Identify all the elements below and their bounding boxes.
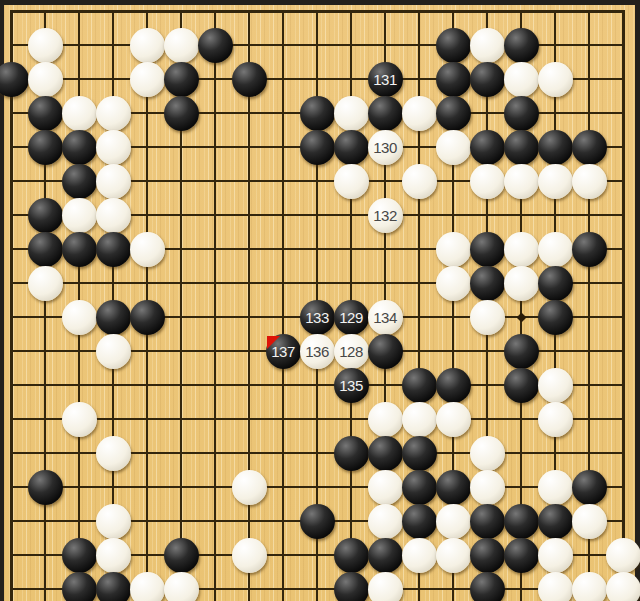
stone-white[interactable] xyxy=(504,232,539,267)
stone-white[interactable] xyxy=(504,164,539,199)
stone-white[interactable] xyxy=(164,28,199,63)
stone-white[interactable] xyxy=(538,470,573,505)
stone-white[interactable] xyxy=(572,164,607,199)
grid-line-vertical xyxy=(10,10,13,601)
grid-line-vertical xyxy=(622,10,625,601)
stone-black[interactable] xyxy=(96,232,131,267)
stone-white[interactable] xyxy=(436,232,471,267)
stone-white[interactable] xyxy=(96,96,131,131)
move-number-label: 128 xyxy=(339,344,363,359)
grid-line-horizontal xyxy=(10,418,625,420)
stone-white[interactable] xyxy=(470,164,505,199)
stone-black[interactable]: 137 xyxy=(266,334,301,369)
stone-black[interactable] xyxy=(436,28,471,63)
stone-black[interactable] xyxy=(0,62,29,97)
stone-white[interactable] xyxy=(28,266,63,301)
stone-black[interactable] xyxy=(164,538,199,573)
stone-white[interactable] xyxy=(62,198,97,233)
stone-white[interactable] xyxy=(130,62,165,97)
stone-white[interactable] xyxy=(130,572,165,601)
stone-black[interactable] xyxy=(470,62,505,97)
stone-white[interactable] xyxy=(538,232,573,267)
stone-black[interactable] xyxy=(130,300,165,335)
stone-white[interactable] xyxy=(62,300,97,335)
stone-black[interactable] xyxy=(436,62,471,97)
frame-right xyxy=(635,0,640,601)
move-number-label: 131 xyxy=(373,72,397,87)
stone-white[interactable] xyxy=(436,538,471,573)
stone-black[interactable] xyxy=(368,538,403,573)
stone-black[interactable] xyxy=(300,96,335,131)
stone-white[interactable] xyxy=(402,402,437,437)
stone-black[interactable] xyxy=(572,232,607,267)
stone-white[interactable] xyxy=(368,402,403,437)
stone-black[interactable] xyxy=(470,572,505,601)
stone-black[interactable] xyxy=(368,334,403,369)
stone-black[interactable] xyxy=(62,572,97,601)
stone-white[interactable] xyxy=(470,470,505,505)
stone-black[interactable] xyxy=(334,130,369,165)
stone-black[interactable] xyxy=(470,504,505,539)
move-number-label: 134 xyxy=(373,310,397,325)
stone-white[interactable] xyxy=(130,28,165,63)
move-number-label: 136 xyxy=(305,344,329,359)
stone-black[interactable] xyxy=(572,130,607,165)
stone-white[interactable] xyxy=(470,300,505,335)
grid-line-vertical xyxy=(282,10,284,601)
frame-top xyxy=(0,0,640,5)
stone-black[interactable] xyxy=(232,62,267,97)
move-number-label: 135 xyxy=(339,378,363,393)
stone-black[interactable] xyxy=(164,96,199,131)
stone-black[interactable] xyxy=(334,538,369,573)
stone-black[interactable] xyxy=(470,266,505,301)
stone-white[interactable] xyxy=(96,164,131,199)
stone-black[interactable] xyxy=(62,232,97,267)
stone-white[interactable] xyxy=(130,232,165,267)
stone-white[interactable] xyxy=(402,538,437,573)
stone-black[interactable]: 133 xyxy=(300,300,335,335)
stone-white[interactable] xyxy=(538,62,573,97)
stone-black[interactable] xyxy=(402,436,437,471)
stone-black[interactable] xyxy=(504,368,539,403)
stone-white[interactable] xyxy=(538,368,573,403)
stone-black[interactable] xyxy=(402,470,437,505)
stone-black[interactable] xyxy=(538,266,573,301)
stone-white[interactable] xyxy=(538,538,573,573)
stone-white[interactable] xyxy=(96,334,131,369)
stone-white[interactable] xyxy=(436,266,471,301)
stone-black[interactable] xyxy=(504,334,539,369)
stone-white[interactable] xyxy=(470,28,505,63)
stone-black[interactable] xyxy=(96,300,131,335)
stone-black[interactable] xyxy=(470,130,505,165)
stone-white[interactable] xyxy=(606,538,640,573)
stone-white[interactable] xyxy=(334,96,369,131)
stone-black[interactable]: 129 xyxy=(334,300,369,335)
stone-black[interactable] xyxy=(28,96,63,131)
stone-white[interactable] xyxy=(96,538,131,573)
stone-white[interactable] xyxy=(368,504,403,539)
move-number-label: 133 xyxy=(305,310,329,325)
stone-black[interactable] xyxy=(436,368,471,403)
stone-white[interactable] xyxy=(368,470,403,505)
stone-black[interactable] xyxy=(470,232,505,267)
stone-white[interactable] xyxy=(504,266,539,301)
stone-white[interactable] xyxy=(62,402,97,437)
move-number-label: 130 xyxy=(373,140,397,155)
stone-black[interactable] xyxy=(436,470,471,505)
stone-black[interactable] xyxy=(368,436,403,471)
stone-black[interactable] xyxy=(300,504,335,539)
stone-white[interactable] xyxy=(572,572,607,601)
stone-white[interactable] xyxy=(368,572,403,601)
stone-black[interactable] xyxy=(300,130,335,165)
stone-white[interactable] xyxy=(538,402,573,437)
stone-white[interactable] xyxy=(470,436,505,471)
stone-white[interactable]: 134 xyxy=(368,300,403,335)
stone-white[interactable] xyxy=(232,470,267,505)
stone-black[interactable] xyxy=(402,368,437,403)
stone-black[interactable] xyxy=(538,300,573,335)
stone-white[interactable] xyxy=(402,164,437,199)
stone-black[interactable]: 131 xyxy=(368,62,403,97)
stone-black[interactable] xyxy=(436,96,471,131)
stone-black[interactable] xyxy=(572,470,607,505)
go-board-diagram: 131130132133129134137136128135 xyxy=(0,0,640,601)
move-number-label: 132 xyxy=(373,208,397,223)
stone-black[interactable]: 135 xyxy=(334,368,369,403)
stone-black[interactable] xyxy=(504,96,539,131)
grid-line-vertical xyxy=(248,10,250,601)
stone-white[interactable] xyxy=(538,572,573,601)
last-move-triangle-marker xyxy=(267,336,280,349)
stone-white[interactable] xyxy=(572,504,607,539)
stone-black[interactable] xyxy=(538,130,573,165)
stone-black[interactable] xyxy=(62,164,97,199)
stone-black[interactable] xyxy=(198,28,233,63)
stone-black[interactable] xyxy=(28,198,63,233)
stone-white[interactable] xyxy=(436,402,471,437)
stone-white[interactable] xyxy=(96,436,131,471)
stone-black[interactable] xyxy=(368,96,403,131)
stone-black[interactable] xyxy=(538,504,573,539)
stone-black[interactable] xyxy=(96,572,131,601)
stone-white[interactable] xyxy=(606,572,640,601)
stone-white[interactable] xyxy=(334,164,369,199)
stone-white[interactable]: 136 xyxy=(300,334,335,369)
stone-black[interactable] xyxy=(504,504,539,539)
stone-black[interactable] xyxy=(164,62,199,97)
stone-white[interactable] xyxy=(436,130,471,165)
stone-white[interactable] xyxy=(62,96,97,131)
stone-black[interactable] xyxy=(28,232,63,267)
stone-white[interactable] xyxy=(28,28,63,63)
stone-white[interactable]: 130 xyxy=(368,130,403,165)
stone-black[interactable] xyxy=(402,504,437,539)
stone-white[interactable] xyxy=(538,164,573,199)
stone-white[interactable] xyxy=(402,96,437,131)
stone-black[interactable] xyxy=(470,538,505,573)
stone-black[interactable] xyxy=(28,130,63,165)
stone-white[interactable] xyxy=(436,504,471,539)
stone-white[interactable] xyxy=(28,62,63,97)
stone-white[interactable]: 132 xyxy=(368,198,403,233)
stone-black[interactable] xyxy=(504,130,539,165)
stone-white[interactable] xyxy=(96,130,131,165)
stone-black[interactable] xyxy=(504,538,539,573)
stone-black[interactable] xyxy=(62,538,97,573)
stone-white[interactable]: 128 xyxy=(334,334,369,369)
stone-white[interactable] xyxy=(96,504,131,539)
grid-line-vertical xyxy=(214,10,216,601)
stone-black[interactable] xyxy=(28,470,63,505)
stone-white[interactable] xyxy=(504,62,539,97)
stone-black[interactable] xyxy=(334,572,369,601)
stone-black[interactable] xyxy=(62,130,97,165)
stone-black[interactable] xyxy=(334,436,369,471)
stone-white[interactable] xyxy=(232,538,267,573)
move-number-label: 129 xyxy=(339,310,363,325)
stone-white[interactable] xyxy=(96,198,131,233)
grid-line-horizontal xyxy=(10,486,625,488)
stone-white[interactable] xyxy=(164,572,199,601)
stone-black[interactable] xyxy=(504,28,539,63)
